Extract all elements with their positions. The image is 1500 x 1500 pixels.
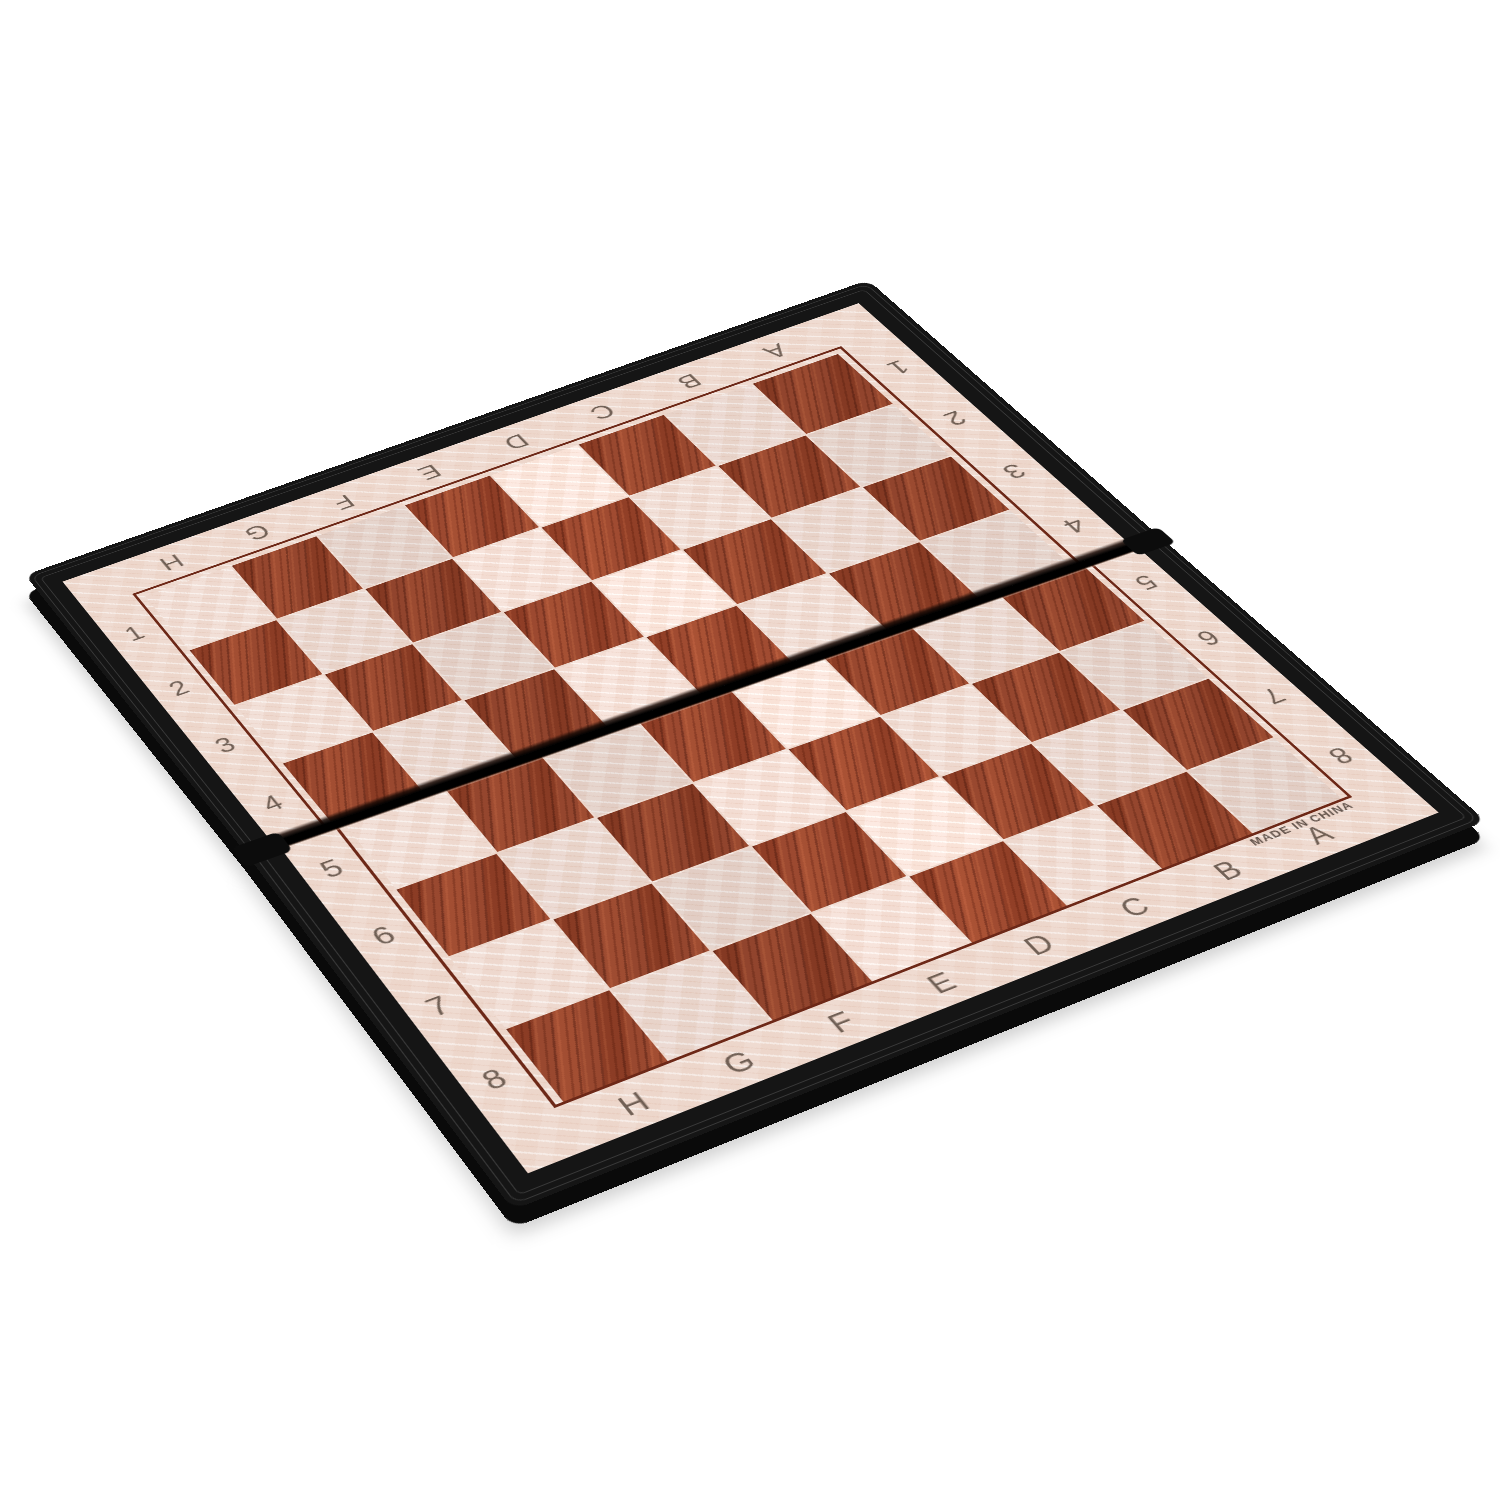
product-photo-background: HGFEDCBA11223344 HGFEDCBA55667788 MADE I… bbox=[0, 0, 1500, 1500]
